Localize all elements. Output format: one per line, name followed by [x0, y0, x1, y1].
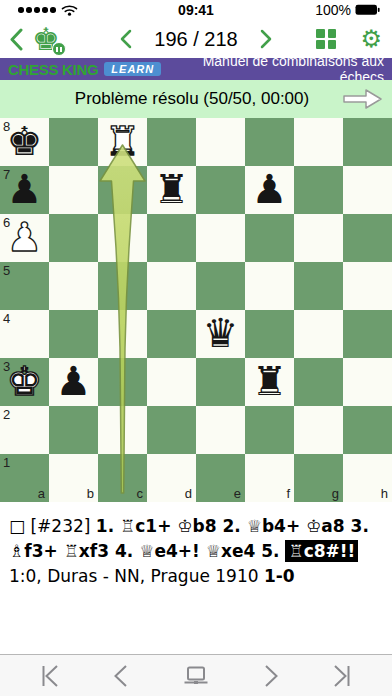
square-d5[interactable] [147, 262, 196, 310]
file-label: e [234, 486, 241, 501]
black-rook[interactable]: ♜ [245, 358, 294, 406]
learn-badge: LEARN [104, 62, 161, 76]
black-rook[interactable]: ♜ [147, 166, 196, 214]
rank-label: 4 [3, 311, 10, 326]
grid-icon [316, 29, 336, 49]
wifi-icon [61, 4, 78, 16]
signal-icon [18, 7, 56, 13]
square-h8[interactable] [343, 118, 392, 166]
square-g5[interactable] [294, 262, 343, 310]
square-h3[interactable] [343, 358, 392, 406]
white-king[interactable]: ♚ [0, 358, 49, 406]
black-king[interactable]: ♚ [0, 118, 49, 166]
square-d3[interactable] [147, 358, 196, 406]
skip-to-start-icon [37, 663, 63, 689]
square-h1[interactable]: h [343, 454, 392, 502]
back-button[interactable] [10, 28, 23, 51]
square-g6[interactable] [294, 214, 343, 262]
square-a2[interactable]: 2 [0, 406, 49, 454]
current-move[interactable]: ♖c8#!! [285, 540, 358, 562]
rank-label: 2 [3, 407, 10, 422]
square-f8[interactable] [245, 118, 294, 166]
square-h5[interactable] [343, 262, 392, 310]
chevron-left-icon [109, 663, 135, 689]
settings-button[interactable]: ⚙ [360, 27, 382, 51]
gear-icon: ⚙ [360, 27, 382, 51]
square-b5[interactable] [49, 262, 98, 310]
square-a4[interactable]: 4 [0, 310, 49, 358]
square-e3[interactable] [196, 358, 245, 406]
square-g7[interactable] [294, 166, 343, 214]
square-f6[interactable] [245, 214, 294, 262]
file-label: g [332, 486, 339, 501]
square-b8[interactable] [49, 118, 98, 166]
pause-badge-icon [52, 42, 66, 56]
square-b7[interactable] [49, 166, 98, 214]
solved-banner: Problème résolu (50/50, 00:00) [0, 80, 392, 118]
black-pawn[interactable]: ♟ [0, 166, 49, 214]
square-f5[interactable] [245, 262, 294, 310]
square-h7[interactable] [343, 166, 392, 214]
next-arrow-icon[interactable] [342, 87, 384, 111]
clock: 09:41 [126, 2, 266, 18]
brand-banner: CHESS KING LEARN Manuel de combinaisons … [0, 58, 392, 80]
square-c6[interactable] [98, 214, 147, 262]
square-c7[interactable] [98, 166, 147, 214]
square-a3[interactable]: 3♚ [0, 358, 49, 406]
file-label: d [185, 486, 192, 501]
square-g4[interactable] [294, 310, 343, 358]
square-a7[interactable]: 7♟ [0, 166, 49, 214]
file-label: b [87, 486, 94, 501]
status-bar: 09:41 100% [0, 0, 392, 20]
square-f7[interactable]: ♟ [245, 166, 294, 214]
skip-to-end-icon [329, 663, 355, 689]
square-c3[interactable] [98, 358, 147, 406]
black-pawn[interactable]: ♟ [49, 358, 98, 406]
square-d8[interactable] [147, 118, 196, 166]
square-e7[interactable] [196, 166, 245, 214]
square-h2[interactable] [343, 406, 392, 454]
white-rook[interactable]: ♜ [98, 118, 147, 166]
square-c1[interactable]: c [98, 454, 147, 502]
chevron-right-icon [260, 29, 272, 49]
square-a1[interactable]: 1a [0, 454, 49, 502]
laptop-icon [181, 663, 211, 689]
square-g3[interactable] [294, 358, 343, 406]
chess-board: 8♚♜7♟♜♟6♟54♛3♚♟♜21abcdefgh [0, 118, 392, 502]
white-pawn[interactable]: ♟ [0, 214, 49, 262]
back-chevron-icon [10, 28, 23, 51]
square-c4[interactable] [98, 310, 147, 358]
square-e4[interactable]: ♛ [196, 310, 245, 358]
square-d6[interactable] [147, 214, 196, 262]
file-label: a [38, 486, 45, 501]
square-f4[interactable] [245, 310, 294, 358]
file-label: c [137, 486, 144, 501]
square-d4[interactable] [147, 310, 196, 358]
next-move-button[interactable] [257, 663, 283, 689]
next-problem-button[interactable] [260, 29, 272, 49]
solved-status-text: Problème résolu (50/50, 00:00) [8, 89, 342, 109]
file-label: h [381, 486, 388, 501]
previous-move-button[interactable] [109, 663, 135, 689]
problem-counter: 196 / 218 [148, 28, 244, 51]
square-e5[interactable] [196, 262, 245, 310]
square-h4[interactable] [343, 310, 392, 358]
square-b1[interactable]: b [49, 454, 98, 502]
chevron-right-icon [257, 663, 283, 689]
square-a8[interactable]: 8♚ [0, 118, 49, 166]
square-c5[interactable] [98, 262, 147, 310]
move-notation: □ [#232] 1. ♖c1+ ♔b8 2. ♕b4+ ♔a8 3. ♗f3+… [0, 502, 392, 589]
chess-king-logo[interactable]: ♚ [27, 21, 65, 57]
file-label: f [286, 486, 290, 501]
bottom-toolbar [0, 654, 392, 696]
square-b3[interactable]: ♟ [49, 358, 98, 406]
rank-label: 1 [3, 455, 10, 470]
board-area: 8♚♜7♟♜♟6♟54♛3♚♟♜21abcdefgh [0, 118, 392, 502]
square-a6[interactable]: 6♟ [0, 214, 49, 262]
notation-segment[interactable]: 1-0 [264, 566, 295, 586]
square-g2[interactable] [294, 406, 343, 454]
square-b6[interactable] [49, 214, 98, 262]
square-e8[interactable] [196, 118, 245, 166]
square-d7[interactable]: ♜ [147, 166, 196, 214]
square-b2[interactable] [49, 406, 98, 454]
square-c2[interactable] [98, 406, 147, 454]
square-e1[interactable]: e [196, 454, 245, 502]
square-f1[interactable]: f [245, 454, 294, 502]
square-g1[interactable]: g [294, 454, 343, 502]
square-e6[interactable] [196, 214, 245, 262]
battery-percent: 100% [315, 2, 351, 18]
go-to-end-button[interactable] [329, 663, 355, 689]
go-to-start-button[interactable] [37, 663, 63, 689]
square-c8[interactable]: ♜ [98, 118, 147, 166]
rank-label: 5 [3, 263, 10, 278]
problem-list-button[interactable] [316, 29, 336, 49]
square-e2[interactable] [196, 406, 245, 454]
square-b4[interactable] [49, 310, 98, 358]
chess-king-wordmark: CHESS KING [8, 61, 98, 78]
square-h6[interactable] [343, 214, 392, 262]
notation-segment: □ [#232] [9, 516, 96, 536]
black-pawn[interactable]: ♟ [245, 166, 294, 214]
notation-segment: 1:0, Duras - NN, Prague 1910 [9, 566, 264, 586]
square-g8[interactable] [294, 118, 343, 166]
black-queen[interactable]: ♛ [196, 310, 245, 358]
previous-problem-button[interactable] [120, 29, 132, 49]
chevron-left-icon [120, 29, 132, 49]
computer-play-button[interactable] [181, 663, 211, 689]
square-f2[interactable] [245, 406, 294, 454]
battery-icon [355, 4, 380, 16]
square-d2[interactable] [147, 406, 196, 454]
square-a5[interactable]: 5 [0, 262, 49, 310]
square-d1[interactable]: d [147, 454, 196, 502]
square-f3[interactable]: ♜ [245, 358, 294, 406]
